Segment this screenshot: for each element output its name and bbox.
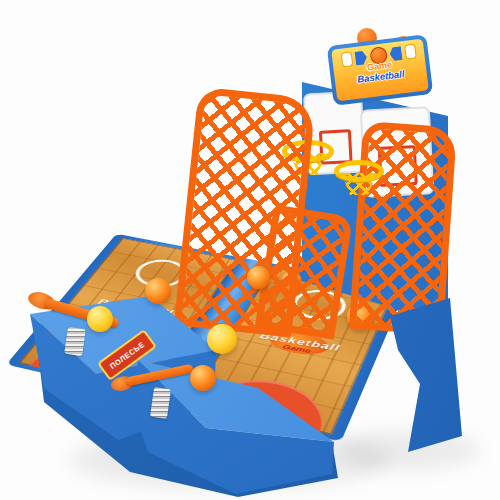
ball-orange[interactable] [145, 278, 171, 304]
ball-yellow[interactable] [87, 306, 113, 332]
basket-rim [334, 160, 384, 182]
ball-yellow[interactable] [207, 324, 237, 354]
lever-arm [126, 364, 194, 387]
score-window-right [404, 44, 417, 60]
ball-orange[interactable] [247, 266, 270, 289]
basket-right [334, 160, 384, 202]
score-window-left [340, 51, 353, 67]
scoreboard-face: Game Basketball [331, 39, 429, 102]
scoreboard-sign: Game Basketball [327, 34, 434, 106]
ball-orange[interactable] [190, 365, 216, 391]
launcher-spring-left [64, 327, 86, 356]
basketball-toy-product-photo: Game Basketball Basketball Game [0, 0, 500, 500]
